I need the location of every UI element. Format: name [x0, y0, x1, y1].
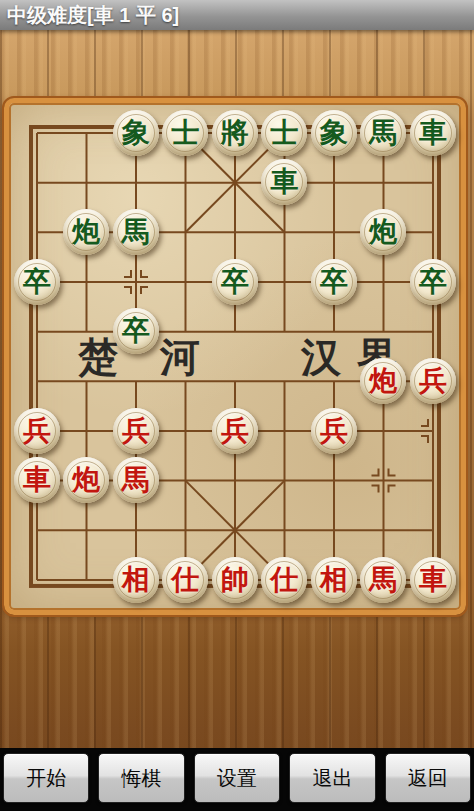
- piece-black-士[interactable]: 士: [162, 110, 208, 156]
- piece-black-卒[interactable]: 卒: [113, 308, 159, 354]
- piece-black-象[interactable]: 象: [113, 110, 159, 156]
- piece-black-象[interactable]: 象: [311, 110, 357, 156]
- piece-black-卒[interactable]: 卒: [311, 259, 357, 305]
- piece-red-車[interactable]: 車: [410, 557, 456, 603]
- piece-red-馬[interactable]: 馬: [360, 557, 406, 603]
- piece-black-炮[interactable]: 炮: [360, 209, 406, 255]
- piece-red-兵[interactable]: 兵: [410, 358, 456, 404]
- start-button[interactable]: 开始: [3, 753, 89, 803]
- app-screen: 中级难度[車 1 平 6] 楚河 汉界 象士將士象馬車車炮馬炮卒卒卒卒卒炮兵兵兵…: [0, 0, 474, 811]
- piece-red-車[interactable]: 車: [14, 457, 60, 503]
- piece-red-兵[interactable]: 兵: [311, 408, 357, 454]
- piece-red-馬[interactable]: 馬: [113, 457, 159, 503]
- piece-red-兵[interactable]: 兵: [212, 408, 258, 454]
- piece-black-卒[interactable]: 卒: [14, 259, 60, 305]
- xiangqi-board[interactable]: 楚河 汉界 象士將士象馬車車炮馬炮卒卒卒卒卒炮兵兵兵兵兵車炮馬相仕帥仕相馬車: [4, 98, 466, 615]
- piece-black-將[interactable]: 將: [212, 110, 258, 156]
- piece-black-車[interactable]: 車: [261, 159, 307, 205]
- piece-black-卒[interactable]: 卒: [212, 259, 258, 305]
- piece-red-兵[interactable]: 兵: [113, 408, 159, 454]
- title-bar: 中级难度[車 1 平 6]: [0, 0, 474, 30]
- back-button[interactable]: 返回: [385, 753, 471, 803]
- piece-red-相[interactable]: 相: [311, 557, 357, 603]
- piece-black-炮[interactable]: 炮: [63, 209, 109, 255]
- piece-red-炮[interactable]: 炮: [360, 358, 406, 404]
- piece-red-仕[interactable]: 仕: [261, 557, 307, 603]
- piece-red-炮[interactable]: 炮: [63, 457, 109, 503]
- piece-black-馬[interactable]: 馬: [360, 110, 406, 156]
- pieces-layer: 象士將士象馬車車炮馬炮卒卒卒卒卒炮兵兵兵兵兵車炮馬相仕帥仕相馬車: [12, 108, 458, 605]
- piece-red-帥[interactable]: 帥: [212, 557, 258, 603]
- piece-red-相[interactable]: 相: [113, 557, 159, 603]
- piece-red-兵[interactable]: 兵: [14, 408, 60, 454]
- piece-black-卒[interactable]: 卒: [410, 259, 456, 305]
- undo-button[interactable]: 悔棋: [98, 753, 184, 803]
- piece-black-士[interactable]: 士: [261, 110, 307, 156]
- piece-black-馬[interactable]: 馬: [113, 209, 159, 255]
- settings-button[interactable]: 设置: [194, 753, 280, 803]
- bottom-toolbar: 开始 悔棋 设置 退出 返回: [0, 748, 474, 811]
- piece-black-車[interactable]: 車: [410, 110, 456, 156]
- title-text: 中级难度[車 1 平 6]: [7, 4, 179, 26]
- piece-red-仕[interactable]: 仕: [162, 557, 208, 603]
- exit-button[interactable]: 退出: [289, 753, 375, 803]
